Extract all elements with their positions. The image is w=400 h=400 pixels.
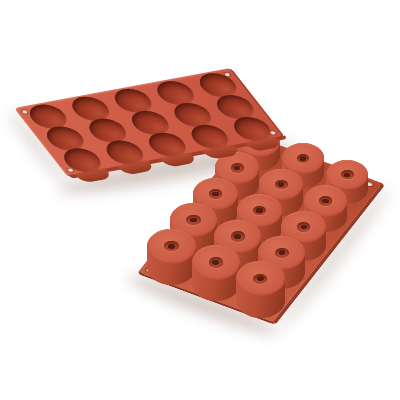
product-photo <box>0 0 400 400</box>
corner-hole <box>263 311 272 316</box>
corner-hole <box>145 267 154 272</box>
corner-hole <box>20 109 27 113</box>
corner-hole <box>365 181 374 186</box>
